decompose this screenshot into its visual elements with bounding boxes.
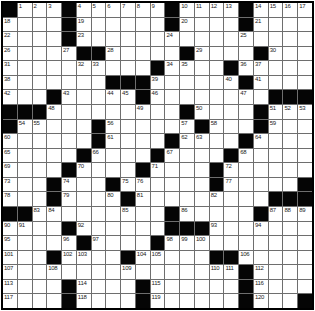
- cell-r15c18[interactable]: [269, 222, 283, 236]
- cell-r1c5[interactable]: 19: [77, 18, 91, 32]
- cell-r20c12[interactable]: [180, 294, 194, 308]
- cell-r4c2[interactable]: [33, 61, 47, 75]
- cell-r2c9[interactable]: [136, 32, 150, 46]
- cell-r16c12[interactable]: 99: [180, 236, 194, 250]
- cell-r18c6[interactable]: [92, 265, 106, 279]
- cell-r11c7[interactable]: [106, 163, 120, 177]
- cell-r5c17[interactable]: 41: [254, 76, 268, 90]
- cell-r13c15[interactable]: [224, 192, 238, 206]
- cell-r7c13[interactable]: 50: [195, 105, 209, 119]
- cell-r16c9[interactable]: [136, 236, 150, 250]
- cell-r18c15[interactable]: 111: [224, 265, 238, 279]
- cell-r16c4[interactable]: 96: [62, 236, 76, 250]
- cell-r3c20[interactable]: [298, 47, 312, 61]
- cell-r8c10[interactable]: [151, 120, 165, 134]
- cell-r2c15[interactable]: [224, 32, 238, 46]
- cell-r2c7[interactable]: [106, 32, 120, 46]
- cell-r0c15[interactable]: 13: [224, 3, 238, 17]
- cell-r3c19[interactable]: [283, 47, 297, 61]
- cell-r10c20[interactable]: [298, 149, 312, 163]
- cell-r6c13[interactable]: [195, 90, 209, 104]
- cell-r10c7[interactable]: [106, 149, 120, 163]
- cell-r18c20[interactable]: [298, 265, 312, 279]
- cell-r14c15[interactable]: [224, 207, 238, 221]
- cell-r5c14[interactable]: [210, 76, 224, 90]
- cell-r1c10[interactable]: [151, 18, 165, 32]
- cell-r11c0[interactable]: 69: [3, 163, 17, 177]
- cell-r20c14[interactable]: [210, 294, 224, 308]
- cell-r16c14[interactable]: [210, 236, 224, 250]
- cell-r20c17[interactable]: 120: [254, 294, 268, 308]
- cell-r17c17[interactable]: [254, 251, 268, 265]
- cell-r16c18[interactable]: [269, 236, 283, 250]
- cell-r15c15[interactable]: [224, 222, 238, 236]
- cell-r4c12[interactable]: 35: [180, 61, 194, 75]
- cell-r5c2[interactable]: [33, 76, 47, 90]
- cell-r7c18[interactable]: 51: [269, 105, 283, 119]
- cell-r17c2[interactable]: [33, 251, 47, 265]
- cell-r8c15[interactable]: [224, 120, 238, 134]
- cell-r3c9[interactable]: [136, 47, 150, 61]
- cell-r2c14[interactable]: [210, 32, 224, 46]
- cell-r16c19[interactable]: [283, 236, 297, 250]
- cell-r6c17[interactable]: [254, 90, 268, 104]
- cell-r9c14[interactable]: [210, 134, 224, 148]
- cell-r15c10[interactable]: [151, 222, 165, 236]
- cell-r18c19[interactable]: [283, 265, 297, 279]
- cell-r12c18[interactable]: [269, 178, 283, 192]
- cell-r9c9[interactable]: [136, 134, 150, 148]
- cell-r18c8[interactable]: 109: [121, 265, 135, 279]
- cell-r9c20[interactable]: [298, 134, 312, 148]
- cell-r19c17[interactable]: 116: [254, 280, 268, 294]
- cell-r13c2[interactable]: [33, 192, 47, 206]
- cell-r15c17[interactable]: 94: [254, 222, 268, 236]
- cell-r19c13[interactable]: [195, 280, 209, 294]
- cell-r14c9[interactable]: [136, 207, 150, 221]
- cell-r6c14[interactable]: [210, 90, 224, 104]
- cell-r8c19[interactable]: [283, 120, 297, 134]
- cell-r3c3[interactable]: [47, 47, 61, 61]
- cell-r19c0[interactable]: 113: [3, 280, 17, 294]
- cell-r9c2[interactable]: [33, 134, 47, 148]
- cell-r7c10[interactable]: [151, 105, 165, 119]
- cell-r15c2[interactable]: [33, 222, 47, 236]
- cell-r2c3[interactable]: [47, 32, 61, 46]
- cell-r1c17[interactable]: 21: [254, 18, 268, 32]
- cell-r4c8[interactable]: [121, 61, 135, 75]
- cell-r19c10[interactable]: 115: [151, 280, 165, 294]
- cell-r5c3[interactable]: [47, 76, 61, 90]
- cell-r8c14[interactable]: 58: [210, 120, 224, 134]
- cell-r13c6[interactable]: [92, 192, 106, 206]
- cell-r13c10[interactable]: [151, 192, 165, 206]
- cell-r15c16[interactable]: [239, 222, 253, 236]
- cell-r19c20[interactable]: [298, 280, 312, 294]
- cell-r18c4[interactable]: [62, 265, 76, 279]
- cell-r4c18[interactable]: [269, 61, 283, 75]
- cell-r12c6[interactable]: [92, 178, 106, 192]
- cell-r18c3[interactable]: 108: [47, 265, 61, 279]
- cell-r8c16[interactable]: [239, 120, 253, 134]
- cell-r9c15[interactable]: [224, 134, 238, 148]
- cell-r10c17[interactable]: [254, 149, 268, 163]
- cell-r12c11[interactable]: [165, 178, 179, 192]
- cell-r10c19[interactable]: [283, 149, 297, 163]
- cell-r5c10[interactable]: 39: [151, 76, 165, 90]
- cell-r1c0[interactable]: 18: [3, 18, 17, 32]
- cell-r1c13[interactable]: [195, 18, 209, 32]
- cell-r9c0[interactable]: 60: [3, 134, 17, 148]
- cell-r20c0[interactable]: 117: [3, 294, 17, 308]
- cell-r0c17[interactable]: 14: [254, 3, 268, 17]
- cell-r19c2[interactable]: [33, 280, 47, 294]
- cell-r2c5[interactable]: 23: [77, 32, 91, 46]
- cell-r13c7[interactable]: 80: [106, 192, 120, 206]
- cell-r19c11[interactable]: [165, 280, 179, 294]
- cell-r7c16[interactable]: [239, 105, 253, 119]
- cell-r12c4[interactable]: 74: [62, 178, 76, 192]
- cell-r5c0[interactable]: 38: [3, 76, 17, 90]
- cell-r14c18[interactable]: 87: [269, 207, 283, 221]
- cell-r13c11[interactable]: [165, 192, 179, 206]
- cell-r12c12[interactable]: [180, 178, 194, 192]
- cell-r16c13[interactable]: 100: [195, 236, 209, 250]
- cell-r19c15[interactable]: [224, 280, 238, 294]
- cell-r0c13[interactable]: 11: [195, 3, 209, 17]
- cell-r4c16[interactable]: 36: [239, 61, 253, 75]
- cell-r14c12[interactable]: 86: [180, 207, 194, 221]
- cell-r15c9[interactable]: [136, 222, 150, 236]
- cell-r5c11[interactable]: [165, 76, 179, 90]
- cell-r19c18[interactable]: [269, 280, 283, 294]
- cell-r8c5[interactable]: [77, 120, 91, 134]
- cell-r2c18[interactable]: [269, 32, 283, 46]
- cell-r17c5[interactable]: 103: [77, 251, 91, 265]
- cell-r1c6[interactable]: [92, 18, 106, 32]
- cell-r1c3[interactable]: [47, 18, 61, 32]
- cell-r18c0[interactable]: 107: [3, 265, 17, 279]
- cell-r6c4[interactable]: 43: [62, 90, 76, 104]
- cell-r12c19[interactable]: [283, 178, 297, 192]
- cell-r6c0[interactable]: 42: [3, 90, 17, 104]
- cell-r8c8[interactable]: [121, 120, 135, 134]
- cell-r16c7[interactable]: [106, 236, 120, 250]
- cell-r18c17[interactable]: 112: [254, 265, 268, 279]
- cell-r9c12[interactable]: 62: [180, 134, 194, 148]
- cell-r11c20[interactable]: [298, 163, 312, 177]
- cell-r4c0[interactable]: 31: [3, 61, 17, 75]
- cell-r12c15[interactable]: 77: [224, 178, 238, 192]
- cell-r12c5[interactable]: [77, 178, 91, 192]
- cell-r13c14[interactable]: 82: [210, 192, 224, 206]
- cell-r19c8[interactable]: [121, 280, 135, 294]
- cell-r16c20[interactable]: [298, 236, 312, 250]
- cell-r11c1[interactable]: [18, 163, 32, 177]
- cell-r19c1[interactable]: [18, 280, 32, 294]
- cell-r17c1[interactable]: [18, 251, 32, 265]
- cell-r12c16[interactable]: [239, 178, 253, 192]
- cell-r7c19[interactable]: 52: [283, 105, 297, 119]
- cell-r13c5[interactable]: [77, 192, 91, 206]
- cell-r10c12[interactable]: [180, 149, 194, 163]
- cell-r14c7[interactable]: [106, 207, 120, 221]
- cell-r7c8[interactable]: [121, 105, 135, 119]
- cell-r7c5[interactable]: [77, 105, 91, 119]
- cell-r11c12[interactable]: [180, 163, 194, 177]
- cell-r4c17[interactable]: 37: [254, 61, 268, 75]
- cell-r8c9[interactable]: [136, 120, 150, 134]
- cell-r2c11[interactable]: 24: [165, 32, 179, 46]
- cell-r17c4[interactable]: 102: [62, 251, 76, 265]
- cell-r5c19[interactable]: [283, 76, 297, 90]
- cell-r2c10[interactable]: [151, 32, 165, 46]
- cell-r1c14[interactable]: [210, 18, 224, 32]
- cell-r2c0[interactable]: 22: [3, 32, 17, 46]
- cell-r8c1[interactable]: 54: [18, 120, 32, 134]
- cell-r10c11[interactable]: 67: [165, 149, 179, 163]
- cell-r4c1[interactable]: [18, 61, 32, 75]
- cell-r15c14[interactable]: 93: [210, 222, 224, 236]
- cell-r3c8[interactable]: [121, 47, 135, 61]
- cell-r13c16[interactable]: [239, 192, 253, 206]
- cell-r3c13[interactable]: 29: [195, 47, 209, 61]
- cell-r7c20[interactable]: 53: [298, 105, 312, 119]
- cell-r20c11[interactable]: [165, 294, 179, 308]
- cell-r0c7[interactable]: 6: [106, 3, 120, 17]
- cell-r3c4[interactable]: 27: [62, 47, 76, 61]
- cell-r9c8[interactable]: [121, 134, 135, 148]
- cell-r0c10[interactable]: 9: [151, 3, 165, 17]
- cell-r11c19[interactable]: [283, 163, 297, 177]
- cell-r4c3[interactable]: [47, 61, 61, 75]
- cell-r5c20[interactable]: [298, 76, 312, 90]
- cell-r8c20[interactable]: [298, 120, 312, 134]
- cell-r11c2[interactable]: [33, 163, 47, 177]
- cell-r18c12[interactable]: [180, 265, 194, 279]
- cell-r19c5[interactable]: 114: [77, 280, 91, 294]
- cell-r11c11[interactable]: [165, 163, 179, 177]
- cell-r17c11[interactable]: [165, 251, 179, 265]
- cell-r18c5[interactable]: [77, 265, 91, 279]
- cell-r13c12[interactable]: [180, 192, 194, 206]
- cell-r9c19[interactable]: [283, 134, 297, 148]
- cell-r13c4[interactable]: 79: [62, 192, 76, 206]
- cell-r14c16[interactable]: [239, 207, 253, 221]
- cell-r12c10[interactable]: [151, 178, 165, 192]
- cell-r16c6[interactable]: 97: [92, 236, 106, 250]
- cell-r2c2[interactable]: [33, 32, 47, 46]
- cell-r19c3[interactable]: [47, 280, 61, 294]
- cell-r7c11[interactable]: [165, 105, 179, 119]
- cell-r15c8[interactable]: [121, 222, 135, 236]
- cell-r8c7[interactable]: 56: [106, 120, 120, 134]
- cell-r11c16[interactable]: [239, 163, 253, 177]
- cell-r20c18[interactable]: [269, 294, 283, 308]
- cell-r4c19[interactable]: [283, 61, 297, 75]
- cell-r12c9[interactable]: 76: [136, 178, 150, 192]
- cell-r19c7[interactable]: [106, 280, 120, 294]
- cell-r12c1[interactable]: [18, 178, 32, 192]
- cell-r19c19[interactable]: [283, 280, 297, 294]
- cell-r11c10[interactable]: 71: [151, 163, 165, 177]
- cell-r1c8[interactable]: [121, 18, 135, 32]
- cell-r2c8[interactable]: [121, 32, 135, 46]
- cell-r20c1[interactable]: [18, 294, 32, 308]
- cell-r11c8[interactable]: [121, 163, 135, 177]
- cell-r17c20[interactable]: [298, 251, 312, 265]
- cell-r17c10[interactable]: 105: [151, 251, 165, 265]
- cell-r1c18[interactable]: [269, 18, 283, 32]
- cell-r12c0[interactable]: 73: [3, 178, 17, 192]
- cell-r6c1[interactable]: [18, 90, 32, 104]
- cell-r0c5[interactable]: 4: [77, 3, 91, 17]
- cell-r13c17[interactable]: [254, 192, 268, 206]
- cell-r11c18[interactable]: [269, 163, 283, 177]
- cell-r11c3[interactable]: [47, 163, 61, 177]
- cell-r2c17[interactable]: [254, 32, 268, 46]
- cell-r4c14[interactable]: [210, 61, 224, 75]
- cell-r4c5[interactable]: 32: [77, 61, 91, 75]
- cell-r18c14[interactable]: 110: [210, 265, 224, 279]
- cell-r17c9[interactable]: 104: [136, 251, 150, 265]
- cell-r0c19[interactable]: 16: [283, 3, 297, 17]
- cell-r15c3[interactable]: [47, 222, 61, 236]
- cell-r13c9[interactable]: 81: [136, 192, 150, 206]
- cell-r14c10[interactable]: [151, 207, 165, 221]
- cell-r16c11[interactable]: 98: [165, 236, 179, 250]
- cell-r9c17[interactable]: 64: [254, 134, 268, 148]
- cell-r17c19[interactable]: [283, 251, 297, 265]
- cell-r11c17[interactable]: [254, 163, 268, 177]
- cell-r2c20[interactable]: [298, 32, 312, 46]
- cell-r11c5[interactable]: 70: [77, 163, 91, 177]
- cell-r17c0[interactable]: 101: [3, 251, 17, 265]
- cell-r8c4[interactable]: [62, 120, 76, 134]
- cell-r0c12[interactable]: 10: [180, 3, 194, 17]
- cell-r16c0[interactable]: 95: [3, 236, 17, 250]
- cell-r14c6[interactable]: [92, 207, 106, 221]
- cell-r9c10[interactable]: [151, 134, 165, 148]
- cell-r5c12[interactable]: [180, 76, 194, 90]
- cell-r8c11[interactable]: [165, 120, 179, 134]
- cell-r4c7[interactable]: [106, 61, 120, 75]
- cell-r3c10[interactable]: [151, 47, 165, 61]
- cell-r1c15[interactable]: [224, 18, 238, 32]
- cell-r5c5[interactable]: [77, 76, 91, 90]
- cell-r18c11[interactable]: [165, 265, 179, 279]
- cell-r6c11[interactable]: [165, 90, 179, 104]
- cell-r18c7[interactable]: [106, 265, 120, 279]
- cell-r11c13[interactable]: [195, 163, 209, 177]
- cell-r1c12[interactable]: 20: [180, 18, 194, 32]
- cell-r5c6[interactable]: [92, 76, 106, 90]
- cell-r7c3[interactable]: 48: [47, 105, 61, 119]
- cell-r14c2[interactable]: 83: [33, 207, 47, 221]
- cell-r6c10[interactable]: 46: [151, 90, 165, 104]
- cell-r19c6[interactable]: [92, 280, 106, 294]
- cell-r11c6[interactable]: [92, 163, 106, 177]
- cell-r10c14[interactable]: [210, 149, 224, 163]
- cell-r20c19[interactable]: [283, 294, 297, 308]
- cell-r5c1[interactable]: [18, 76, 32, 90]
- cell-r10c1[interactable]: [18, 149, 32, 163]
- cell-r6c5[interactable]: [77, 90, 91, 104]
- cell-r18c10[interactable]: [151, 265, 165, 279]
- cell-r7c9[interactable]: 49: [136, 105, 150, 119]
- cell-r4c6[interactable]: 33: [92, 61, 106, 75]
- cell-r20c10[interactable]: 119: [151, 294, 165, 308]
- cell-r0c14[interactable]: 12: [210, 3, 224, 17]
- cell-r15c7[interactable]: [106, 222, 120, 236]
- cell-r14c13[interactable]: [195, 207, 209, 221]
- cell-r6c15[interactable]: [224, 90, 238, 104]
- cell-r16c2[interactable]: [33, 236, 47, 250]
- cell-r20c6[interactable]: [92, 294, 106, 308]
- cell-r3c11[interactable]: [165, 47, 179, 61]
- cell-r7c4[interactable]: [62, 105, 76, 119]
- cell-r20c7[interactable]: [106, 294, 120, 308]
- cell-r7c6[interactable]: [92, 105, 106, 119]
- cell-r14c5[interactable]: [77, 207, 91, 221]
- cell-r10c3[interactable]: [47, 149, 61, 163]
- cell-r1c1[interactable]: [18, 18, 32, 32]
- cell-r7c14[interactable]: [210, 105, 224, 119]
- cell-r13c1[interactable]: [18, 192, 32, 206]
- cell-r8c3[interactable]: [47, 120, 61, 134]
- cell-r20c8[interactable]: [121, 294, 135, 308]
- cell-r4c11[interactable]: 34: [165, 61, 179, 75]
- cell-r18c18[interactable]: [269, 265, 283, 279]
- cell-r0c9[interactable]: 8: [136, 3, 150, 17]
- cell-r9c3[interactable]: [47, 134, 61, 148]
- cell-r8c12[interactable]: 57: [180, 120, 194, 134]
- cell-r1c9[interactable]: [136, 18, 150, 32]
- cell-r20c13[interactable]: [195, 294, 209, 308]
- cell-r12c17[interactable]: [254, 178, 268, 192]
- cell-r7c7[interactable]: [106, 105, 120, 119]
- cell-r6c6[interactable]: [92, 90, 106, 104]
- cell-r5c18[interactable]: [269, 76, 283, 90]
- cell-r18c1[interactable]: [18, 265, 32, 279]
- cell-r15c19[interactable]: [283, 222, 297, 236]
- cell-r9c1[interactable]: [18, 134, 32, 148]
- cell-r3c0[interactable]: 26: [3, 47, 17, 61]
- cell-r2c16[interactable]: 25: [239, 32, 253, 46]
- cell-r0c18[interactable]: 15: [269, 3, 283, 17]
- cell-r20c15[interactable]: [224, 294, 238, 308]
- cell-r15c5[interactable]: 92: [77, 222, 91, 236]
- cell-r2c19[interactable]: [283, 32, 297, 46]
- cell-r2c1[interactable]: [18, 32, 32, 46]
- cell-r0c6[interactable]: 5: [92, 3, 106, 17]
- cell-r17c13[interactable]: [195, 251, 209, 265]
- cell-r10c2[interactable]: [33, 149, 47, 163]
- cell-r10c0[interactable]: 65: [3, 149, 17, 163]
- cell-r4c13[interactable]: [195, 61, 209, 75]
- cell-r17c7[interactable]: [106, 251, 120, 265]
- cell-r5c15[interactable]: 40: [224, 76, 238, 90]
- cell-r4c20[interactable]: [298, 61, 312, 75]
- cell-r10c16[interactable]: 68: [239, 149, 253, 163]
- cell-r16c16[interactable]: [239, 236, 253, 250]
- cell-r15c1[interactable]: 91: [18, 222, 32, 236]
- cell-r18c2[interactable]: [33, 265, 47, 279]
- cell-r14c3[interactable]: 84: [47, 207, 61, 221]
- cell-r20c3[interactable]: [47, 294, 61, 308]
- cell-r16c8[interactable]: [121, 236, 135, 250]
- cell-r8c18[interactable]: 59: [269, 120, 283, 134]
